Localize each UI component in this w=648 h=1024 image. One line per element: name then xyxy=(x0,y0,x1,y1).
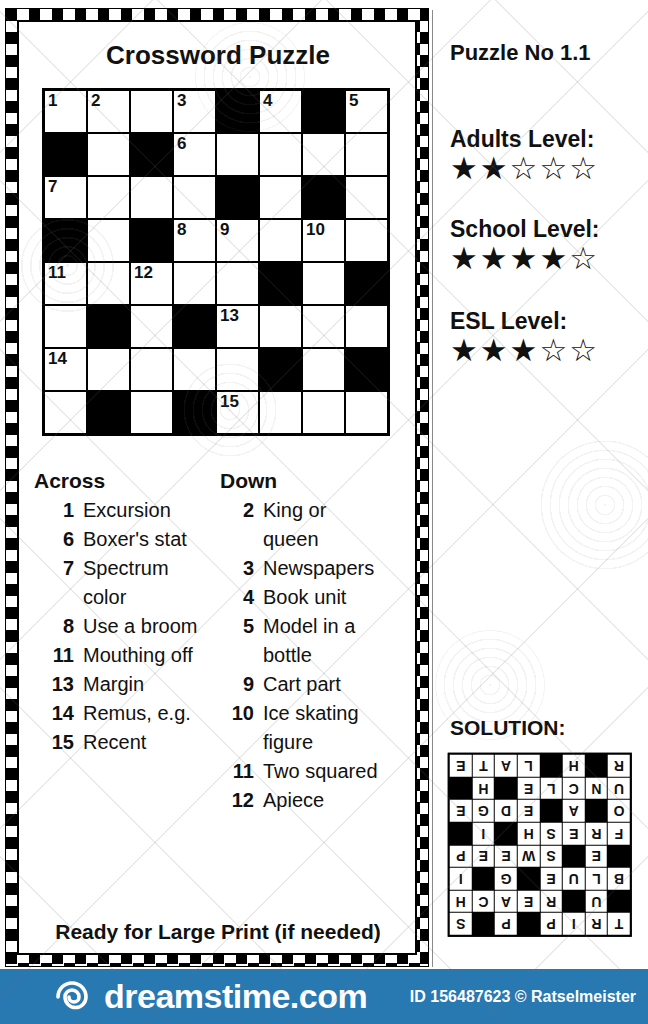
clue-number: 7 xyxy=(48,178,57,195)
puzzle-cell[interactable] xyxy=(260,306,301,347)
puzzle-cell[interactable] xyxy=(260,220,301,261)
solution-grid: TRIPPSUREACHBLUEGIESWEEPFRESHIOAEDGEUNCL… xyxy=(448,753,632,937)
puzzle-cell[interactable] xyxy=(131,306,172,347)
watermark-spiral-icon xyxy=(540,440,648,570)
block-cell xyxy=(45,134,86,175)
puzzle-cell[interactable] xyxy=(217,134,258,175)
block-cell xyxy=(346,263,387,304)
solution-letter-cell: A xyxy=(563,800,585,822)
clue-num: 7 xyxy=(34,554,74,612)
dreamstime-spiral-icon xyxy=(52,977,92,1017)
solution-letter-cell: S xyxy=(540,823,562,845)
across-list: 1Excursion6Boxer's stat7Spectrum color8U… xyxy=(34,496,216,757)
puzzle-cell[interactable] xyxy=(260,134,301,175)
solution-block-cell xyxy=(608,891,630,913)
clue: 9Cart part xyxy=(220,670,428,699)
crossword-grid: 123456789101112131415 xyxy=(42,88,390,436)
solution-block-cell xyxy=(495,823,517,845)
puzzle-cell[interactable]: 2 xyxy=(88,91,129,132)
solution-letter-cell: E xyxy=(563,823,585,845)
solution-letter-cell: R xyxy=(586,913,608,935)
clue-number: 1 xyxy=(48,92,57,109)
solution-letter-cell: E xyxy=(540,868,562,890)
solution-block-cell xyxy=(473,868,495,890)
block-cell xyxy=(217,91,258,132)
clue-text: Ice skating figure xyxy=(263,699,359,757)
star-filled-icon: ★ xyxy=(480,241,510,276)
block-cell xyxy=(88,392,129,433)
clue-num: 14 xyxy=(34,699,74,728)
solution-letter-cell: E xyxy=(495,845,517,867)
clue-num: 4 xyxy=(220,583,254,612)
solution-letter-cell: A xyxy=(495,891,517,913)
solution-letter-cell: R xyxy=(608,755,630,777)
clue-number: 13 xyxy=(220,307,239,324)
puzzle-cell[interactable] xyxy=(303,134,344,175)
clue-number: 12 xyxy=(134,264,153,281)
clue-text: Book unit xyxy=(263,583,346,612)
puzzle-cell[interactable] xyxy=(88,177,129,218)
solution-block-cell xyxy=(608,845,630,867)
puzzle-cell[interactable] xyxy=(217,263,258,304)
down-clues: Down 2King or queen3Newspapers4Book unit… xyxy=(220,466,428,815)
adults-level: Adults Level: ★★☆☆☆ xyxy=(450,126,599,186)
solution-letter-cell: E xyxy=(450,800,472,822)
puzzle-cell[interactable]: 13 xyxy=(217,306,258,347)
puzzle-cell[interactable]: 11 xyxy=(45,263,86,304)
clue: 11Two squared xyxy=(220,757,428,786)
star-filled-icon: ★ xyxy=(450,333,480,368)
solution-block-cell xyxy=(473,913,495,935)
school-level: School Level: ★★★★☆ xyxy=(450,216,600,276)
puzzle-cell[interactable] xyxy=(88,220,129,261)
clue-text: Margin xyxy=(83,670,144,699)
solution-letter-cell: U xyxy=(608,778,630,800)
solution-letter-cell: I xyxy=(473,823,495,845)
solution-letter-cell: G xyxy=(495,868,517,890)
block-cell xyxy=(45,220,86,261)
puzzle-cell[interactable]: 14 xyxy=(45,349,86,390)
star-empty-icon: ☆ xyxy=(539,151,569,186)
puzzle-cell[interactable] xyxy=(45,306,86,347)
puzzle-cell[interactable] xyxy=(131,91,172,132)
clue: 2King or queen xyxy=(220,496,428,554)
clue-num: 8 xyxy=(34,612,74,641)
star-empty-icon: ☆ xyxy=(569,241,599,276)
solution-block-cell xyxy=(563,891,585,913)
clue: 6Boxer's stat xyxy=(34,525,216,554)
solution-letter-cell: R xyxy=(586,823,608,845)
block-cell xyxy=(346,349,387,390)
puzzle-cell[interactable] xyxy=(174,349,215,390)
star-empty-icon: ☆ xyxy=(539,333,569,368)
clue: 8Use a broom xyxy=(34,612,216,641)
clue-text: Spectrum color xyxy=(83,554,169,612)
across-clues: Across 1Excursion6Boxer's stat7Spectrum … xyxy=(34,466,216,757)
clue-num: 11 xyxy=(220,757,254,786)
solution-letter-cell: A xyxy=(495,755,517,777)
block-cell xyxy=(174,392,215,433)
clue-text: Newspapers xyxy=(263,554,374,583)
block-cell xyxy=(303,177,344,218)
puzzle-cell[interactable] xyxy=(303,306,344,347)
clue-num: 15 xyxy=(34,728,74,757)
clue-number: 9 xyxy=(220,221,229,238)
footer-note: Ready for Large Print (if needed) xyxy=(18,920,418,944)
block-cell xyxy=(88,306,129,347)
solution-letter-cell: F xyxy=(608,823,630,845)
solution-block-cell xyxy=(518,913,540,935)
clue: 5Model in a bottle xyxy=(220,612,428,670)
solution-block-cell xyxy=(586,755,608,777)
puzzle-cell[interactable] xyxy=(346,306,387,347)
star-filled-icon: ★ xyxy=(539,241,569,276)
puzzle-cell[interactable] xyxy=(45,392,86,433)
solution-letter-cell: P xyxy=(495,913,517,935)
solution-letter-cell: L xyxy=(586,868,608,890)
across-header: Across xyxy=(34,466,216,496)
clue-number: 5 xyxy=(349,92,358,109)
puzzle-cell[interactable] xyxy=(174,177,215,218)
puzzle-cell[interactable] xyxy=(131,392,172,433)
solution-letter-cell: H xyxy=(518,823,540,845)
clue-num: 13 xyxy=(34,670,74,699)
solution-letter-cell: C xyxy=(563,778,585,800)
clue-num: 1 xyxy=(34,496,74,525)
star-rating: ★★★★☆ xyxy=(450,242,600,276)
solution-letter-cell: H xyxy=(563,755,585,777)
solution-letter-cell: N xyxy=(586,778,608,800)
school-level-label: School Level: xyxy=(450,216,600,242)
puzzle-cell[interactable]: 15 xyxy=(217,392,258,433)
page: Crossword Puzzle 123456789101112131415 A… xyxy=(0,0,648,1024)
solution-block-cell xyxy=(563,845,585,867)
block-cell xyxy=(131,220,172,261)
solution-block-cell xyxy=(495,778,517,800)
solution-letter-cell: U xyxy=(563,868,585,890)
solution-letter-cell: U xyxy=(586,891,608,913)
watermark-credit: ID 156487623 © Ratselmeister xyxy=(410,988,636,1006)
solution-letter-cell: E xyxy=(518,800,540,822)
solution-letter-cell: E xyxy=(586,845,608,867)
clue-number: 14 xyxy=(48,350,67,367)
clue: 10Ice skating figure xyxy=(220,699,428,757)
clue-num: 12 xyxy=(220,786,254,815)
down-header: Down xyxy=(220,466,428,496)
clue-number: 6 xyxy=(177,135,186,152)
star-filled-icon: ★ xyxy=(450,151,480,186)
clue-text: Two squared xyxy=(263,757,378,786)
puzzle-cell[interactable] xyxy=(303,349,344,390)
adults-level-label: Adults Level: xyxy=(450,126,599,152)
puzzle-number: Puzzle No 1.1 xyxy=(450,40,591,66)
esl-level-label: ESL Level: xyxy=(450,308,599,334)
clue-number: 3 xyxy=(177,92,186,109)
clue-num: 2 xyxy=(220,496,254,554)
clue-text: Mouthing off xyxy=(83,641,193,670)
clue: 14Remus, e.g. xyxy=(34,699,216,728)
star-filled-icon: ★ xyxy=(450,241,480,276)
puzzle-cell[interactable] xyxy=(217,349,258,390)
solution-header: SOLUTION: xyxy=(450,716,566,740)
puzzle-cell[interactable] xyxy=(303,263,344,304)
solution-block-cell xyxy=(450,778,472,800)
star-filled-icon: ★ xyxy=(510,333,540,368)
solution-letter-cell: E xyxy=(518,891,540,913)
puzzle-cell[interactable] xyxy=(88,134,129,175)
puzzle-cell[interactable]: 10 xyxy=(303,220,344,261)
solution-letter-cell: H xyxy=(473,778,495,800)
solution-letter-cell: D xyxy=(495,800,517,822)
solution-letter-cell: C xyxy=(473,891,495,913)
block-cell xyxy=(131,134,172,175)
star-filled-icon: ★ xyxy=(510,241,540,276)
clue-text: Recent xyxy=(83,728,146,757)
clue: 11Mouthing off xyxy=(34,641,216,670)
puzzle-cell[interactable]: 9 xyxy=(217,220,258,261)
puzzle-cell[interactable] xyxy=(88,349,129,390)
puzzle-cell[interactable] xyxy=(174,263,215,304)
clue-number: 2 xyxy=(91,92,100,109)
clue: 13Margin xyxy=(34,670,216,699)
clue: 7Spectrum color xyxy=(34,554,216,612)
clue-text: Use a broom xyxy=(83,612,198,641)
puzzle-cell[interactable] xyxy=(131,177,172,218)
puzzle-cell[interactable] xyxy=(260,177,301,218)
block-cell xyxy=(217,177,258,218)
clue: 3Newspapers xyxy=(220,554,428,583)
puzzle-cell[interactable] xyxy=(88,263,129,304)
clue-number: 4 xyxy=(263,92,272,109)
solution-letter-cell: E xyxy=(473,845,495,867)
solution-letter-cell: H xyxy=(450,891,472,913)
block-cell xyxy=(260,263,301,304)
clue-text: King or queen xyxy=(263,496,326,554)
star-filled-icon: ★ xyxy=(480,151,510,186)
clue-text: Boxer's stat xyxy=(83,525,187,554)
solution-letter-cell: I xyxy=(450,868,472,890)
solution-letter-cell: L xyxy=(540,778,562,800)
clue-number: 8 xyxy=(177,221,186,238)
watermark-bar: dreamstime.com ID 156487623 © Ratselmeis… xyxy=(0,969,648,1024)
puzzle-cell[interactable] xyxy=(303,392,344,433)
block-cell xyxy=(260,349,301,390)
solution-letter-cell: O xyxy=(608,800,630,822)
down-list: 2King or queen3Newspapers4Book unit5Mode… xyxy=(220,496,428,815)
solution-letter-cell: I xyxy=(563,913,585,935)
solution-letter-cell: T xyxy=(608,913,630,935)
clue-num: 6 xyxy=(34,525,74,554)
solution-block-cell xyxy=(586,800,608,822)
puzzle-cell[interactable]: 12 xyxy=(131,263,172,304)
clue-text: Excursion xyxy=(83,496,171,525)
puzzle-cell[interactable]: 1 xyxy=(45,91,86,132)
puzzle-cell[interactable]: 3 xyxy=(174,91,215,132)
page-title: Crossword Puzzle xyxy=(18,40,418,71)
clue-number: 11 xyxy=(48,264,66,281)
puzzle-cell[interactable] xyxy=(346,177,387,218)
panel-shadow xyxy=(432,10,434,967)
clue: 15Recent xyxy=(34,728,216,757)
clue-text: Apiece xyxy=(263,786,324,815)
puzzle-cell[interactable] xyxy=(346,220,387,261)
clue: 12Apiece xyxy=(220,786,428,815)
solution-letter-cell: E xyxy=(518,778,540,800)
solution-letter-cell: S xyxy=(540,845,562,867)
block-cell xyxy=(174,306,215,347)
solution-block-cell xyxy=(540,755,562,777)
solution-letter-cell: P xyxy=(450,845,472,867)
solution-letter-cell: G xyxy=(473,800,495,822)
clue: 1Excursion xyxy=(34,496,216,525)
puzzle-cell[interactable] xyxy=(346,392,387,433)
clue-num: 11 xyxy=(34,641,74,670)
puzzle-cell[interactable]: 8 xyxy=(174,220,215,261)
puzzle-cell[interactable] xyxy=(346,134,387,175)
solution-block-cell xyxy=(518,868,540,890)
clue-number: 15 xyxy=(220,393,239,410)
puzzle-cell[interactable]: 6 xyxy=(174,134,215,175)
solution-letter-cell: L xyxy=(518,755,540,777)
block-cell xyxy=(303,91,344,132)
puzzle-cell[interactable]: 5 xyxy=(346,91,387,132)
clue-num: 9 xyxy=(220,670,254,699)
solution-letter-cell: T xyxy=(473,755,495,777)
star-filled-icon: ★ xyxy=(480,333,510,368)
star-empty-icon: ☆ xyxy=(510,151,540,186)
star-rating: ★★☆☆☆ xyxy=(450,152,599,186)
esl-level: ESL Level: ★★★☆☆ xyxy=(450,308,599,368)
clue-number: 10 xyxy=(306,221,325,238)
solution-letter-cell: W xyxy=(518,845,540,867)
star-empty-icon: ☆ xyxy=(569,151,599,186)
clue-text: Remus, e.g. xyxy=(83,699,191,728)
clue-num: 3 xyxy=(220,554,254,583)
puzzle-cell[interactable]: 4 xyxy=(260,91,301,132)
solution-letter-cell: R xyxy=(540,891,562,913)
clue-text: Model in a bottle xyxy=(263,612,355,670)
solution-letter-cell: B xyxy=(608,868,630,890)
puzzle-cell[interactable]: 7 xyxy=(45,177,86,218)
solution-block-cell xyxy=(450,823,472,845)
solution-letter-cell: S xyxy=(450,913,472,935)
puzzle-cell[interactable] xyxy=(131,349,172,390)
star-empty-icon: ☆ xyxy=(569,333,599,368)
solution-letter-cell: E xyxy=(450,755,472,777)
puzzle-cell[interactable] xyxy=(260,392,301,433)
watermark-site: dreamstime.com xyxy=(104,977,367,1016)
clue-num: 10 xyxy=(220,699,254,757)
clue: 4Book unit xyxy=(220,583,428,612)
star-rating: ★★★☆☆ xyxy=(450,334,599,368)
solution-block-cell xyxy=(540,800,562,822)
solution-letter-cell: P xyxy=(540,913,562,935)
clue-num: 5 xyxy=(220,612,254,670)
clue-text: Cart part xyxy=(263,670,341,699)
